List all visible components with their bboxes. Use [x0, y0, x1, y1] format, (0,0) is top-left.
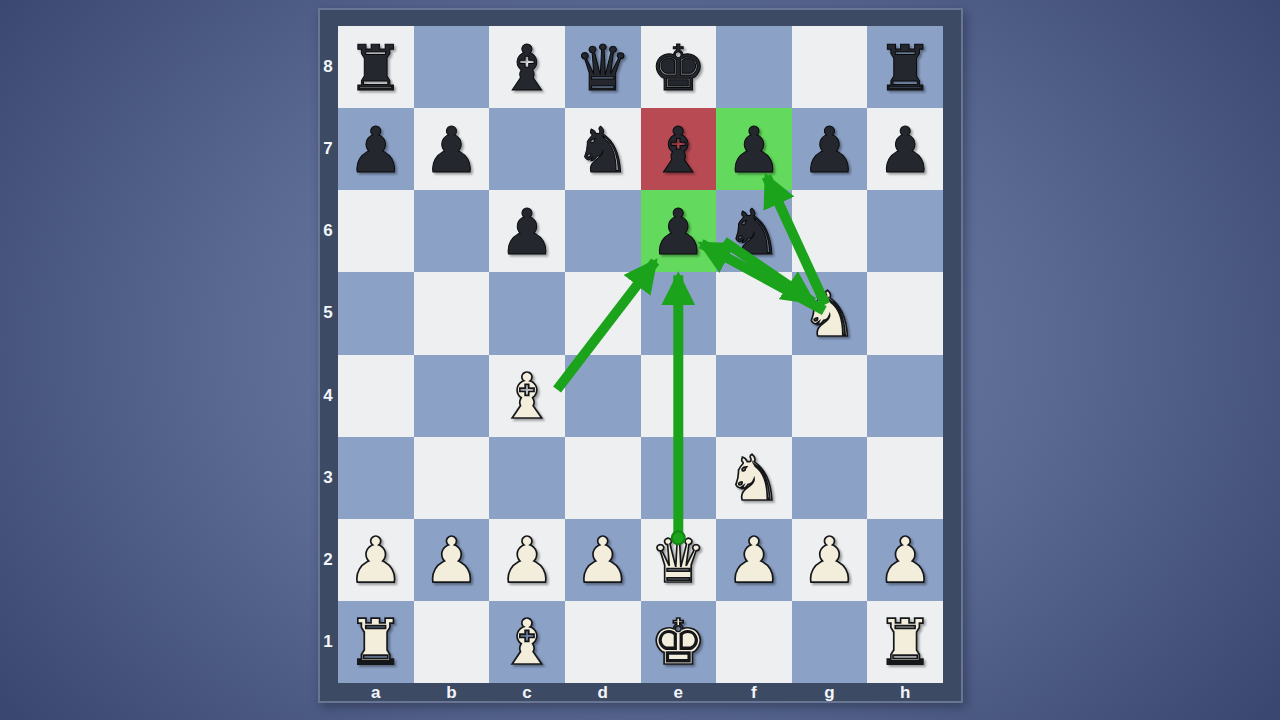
square-e3[interactable] — [641, 437, 717, 519]
square-e8[interactable]: ♚ — [641, 26, 717, 108]
square-e7[interactable]: ♝ — [641, 108, 717, 190]
square-f2[interactable]: ♟ — [716, 519, 792, 601]
square-a3[interactable] — [338, 437, 414, 519]
square-c5[interactable] — [489, 272, 565, 354]
square-f1[interactable] — [716, 601, 792, 683]
square-h6[interactable] — [867, 190, 943, 272]
square-g7[interactable]: ♟ — [792, 108, 868, 190]
square-a4[interactable] — [338, 355, 414, 437]
square-h7[interactable]: ♟ — [867, 108, 943, 190]
square-e4[interactable] — [641, 355, 717, 437]
square-e6[interactable]: ♟ — [641, 190, 717, 272]
white-queen-e2: ♛ — [650, 529, 706, 592]
file-label-g: g — [792, 683, 868, 703]
board-squares: ♜♝♛♚♜♟♟♞♝♟♟♟♟♟♞♞♝♞♟♟♟♟♛♟♟♟♜♝♚♜ — [338, 26, 943, 683]
square-b3[interactable] — [414, 437, 490, 519]
square-h5[interactable] — [867, 272, 943, 354]
rank-label-8: 8 — [318, 26, 338, 108]
square-e5[interactable] — [641, 272, 717, 354]
square-f3[interactable]: ♞ — [716, 437, 792, 519]
square-b4[interactable] — [414, 355, 490, 437]
square-b8[interactable] — [414, 26, 490, 108]
black-knight-d7: ♞ — [574, 119, 630, 182]
black-pawn-h7: ♟ — [877, 119, 933, 182]
white-pawn-h2: ♟ — [877, 529, 933, 592]
black-pawn-c6: ♟ — [499, 201, 555, 264]
square-c6[interactable]: ♟ — [489, 190, 565, 272]
square-e1[interactable]: ♚ — [641, 601, 717, 683]
square-b6[interactable] — [414, 190, 490, 272]
rank-label-1: 1 — [318, 601, 338, 683]
rank-label-3: 3 — [318, 437, 338, 519]
square-g2[interactable]: ♟ — [792, 519, 868, 601]
square-d6[interactable] — [565, 190, 641, 272]
square-c3[interactable] — [489, 437, 565, 519]
square-c7[interactable] — [489, 108, 565, 190]
square-a8[interactable]: ♜ — [338, 26, 414, 108]
white-pawn-c2: ♟ — [499, 529, 555, 592]
square-d5[interactable] — [565, 272, 641, 354]
square-g5[interactable]: ♞ — [792, 272, 868, 354]
square-e2[interactable]: ♛ — [641, 519, 717, 601]
square-h3[interactable] — [867, 437, 943, 519]
black-pawn-f7: ♟ — [726, 119, 782, 182]
white-rook-h1: ♜ — [877, 611, 933, 674]
black-pawn-a7: ♟ — [348, 119, 404, 182]
white-knight-g5: ♞ — [801, 283, 857, 346]
file-label-e: e — [641, 683, 717, 703]
square-h4[interactable] — [867, 355, 943, 437]
square-c8[interactable]: ♝ — [489, 26, 565, 108]
square-g6[interactable] — [792, 190, 868, 272]
black-pawn-b7: ♟ — [423, 119, 479, 182]
square-d1[interactable] — [565, 601, 641, 683]
white-knight-f3: ♞ — [726, 447, 782, 510]
white-pawn-b2: ♟ — [423, 529, 479, 592]
square-f4[interactable] — [716, 355, 792, 437]
square-d3[interactable] — [565, 437, 641, 519]
square-c2[interactable]: ♟ — [489, 519, 565, 601]
square-g3[interactable] — [792, 437, 868, 519]
square-a6[interactable] — [338, 190, 414, 272]
black-rook-h8: ♜ — [877, 37, 933, 100]
file-label-d: d — [565, 683, 641, 703]
square-g4[interactable] — [792, 355, 868, 437]
rank-label-5: 5 — [318, 272, 338, 354]
square-d8[interactable]: ♛ — [565, 26, 641, 108]
rank-label-6: 6 — [318, 190, 338, 272]
file-label-h: h — [867, 683, 943, 703]
square-h8[interactable]: ♜ — [867, 26, 943, 108]
white-pawn-f2: ♟ — [726, 529, 782, 592]
square-a5[interactable] — [338, 272, 414, 354]
square-f5[interactable] — [716, 272, 792, 354]
black-queen-d8: ♛ — [574, 37, 630, 100]
file-label-b: b — [414, 683, 490, 703]
square-h1[interactable]: ♜ — [867, 601, 943, 683]
square-a1[interactable]: ♜ — [338, 601, 414, 683]
square-d7[interactable]: ♞ — [565, 108, 641, 190]
white-bishop-c1: ♝ — [499, 611, 555, 674]
white-pawn-a2: ♟ — [348, 529, 404, 592]
rank-label-7: 7 — [318, 108, 338, 190]
square-b5[interactable] — [414, 272, 490, 354]
square-f7[interactable]: ♟ — [716, 108, 792, 190]
square-b1[interactable] — [414, 601, 490, 683]
black-rook-a8: ♜ — [348, 37, 404, 100]
file-label-c: c — [489, 683, 565, 703]
square-g1[interactable] — [792, 601, 868, 683]
white-rook-a1: ♜ — [348, 611, 404, 674]
file-label-f: f — [716, 683, 792, 703]
black-pawn-g7: ♟ — [801, 119, 857, 182]
rank-label-2: 2 — [318, 519, 338, 601]
file-label-a: a — [338, 683, 414, 703]
square-c1[interactable]: ♝ — [489, 601, 565, 683]
square-d4[interactable] — [565, 355, 641, 437]
black-bishop-c8: ♝ — [499, 37, 555, 100]
white-pawn-g2: ♟ — [801, 529, 857, 592]
square-f6[interactable]: ♞ — [716, 190, 792, 272]
square-a7[interactable]: ♟ — [338, 108, 414, 190]
square-d2[interactable]: ♟ — [565, 519, 641, 601]
white-bishop-c4: ♝ — [499, 365, 555, 428]
chess-board-frame: ♜♝♛♚♜♟♟♞♝♟♟♟♟♟♞♞♝♞♟♟♟♟♛♟♟♟♜♝♚♜ 87654321a… — [318, 8, 963, 703]
white-king-e1: ♚ — [650, 611, 706, 674]
square-b7[interactable]: ♟ — [414, 108, 490, 190]
square-b2[interactable]: ♟ — [414, 519, 490, 601]
square-h2[interactable]: ♟ — [867, 519, 943, 601]
square-f8[interactable] — [716, 26, 792, 108]
square-a2[interactable]: ♟ — [338, 519, 414, 601]
black-knight-f6: ♞ — [726, 201, 782, 264]
rank-label-4: 4 — [318, 355, 338, 437]
white-pawn-d2: ♟ — [574, 529, 630, 592]
square-g8[interactable] — [792, 26, 868, 108]
square-c4[interactable]: ♝ — [489, 355, 565, 437]
black-pawn-e6: ♟ — [650, 201, 706, 264]
black-king-e8: ♚ — [650, 37, 706, 100]
black-bishop-e7: ♝ — [650, 119, 706, 182]
